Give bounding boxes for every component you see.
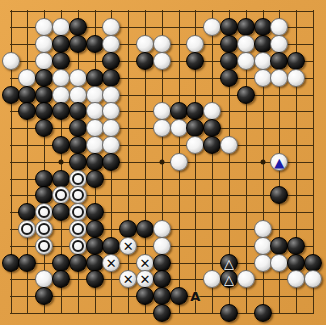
white-stone xyxy=(35,18,53,36)
black-stone xyxy=(35,119,53,137)
black-stone xyxy=(69,18,87,36)
black-stone xyxy=(52,52,70,70)
black-stone xyxy=(52,35,70,53)
black-stone xyxy=(237,18,255,36)
black-stone xyxy=(186,102,204,120)
black-stone xyxy=(86,35,104,53)
black-stone xyxy=(52,270,70,288)
white-stone xyxy=(186,35,204,53)
white-stone xyxy=(304,270,322,288)
black-stone xyxy=(220,18,238,36)
white-stone xyxy=(254,220,272,238)
black-stone xyxy=(220,69,238,87)
black-stone xyxy=(136,220,154,238)
white-stone xyxy=(86,102,104,120)
black-stone xyxy=(119,220,137,238)
black-stone xyxy=(18,254,36,272)
white-stone xyxy=(102,86,120,104)
black-stone xyxy=(69,102,87,120)
white-stone xyxy=(102,136,120,154)
white-stone xyxy=(287,270,305,288)
black-stone xyxy=(86,153,104,171)
star-point xyxy=(58,159,63,164)
black-stone xyxy=(52,102,70,120)
black-stone xyxy=(136,287,154,305)
black-stone xyxy=(186,119,204,137)
white-stone xyxy=(102,102,120,120)
white-stone xyxy=(270,18,288,36)
white-stone xyxy=(35,52,53,70)
white-stone xyxy=(270,35,288,53)
black-stone xyxy=(220,270,238,288)
black-stone xyxy=(86,203,104,221)
white-stone xyxy=(52,18,70,36)
white-stone xyxy=(153,220,171,238)
star-point xyxy=(260,159,265,164)
point-label-A: A xyxy=(190,289,200,304)
black-stone xyxy=(102,153,120,171)
black-stone xyxy=(69,35,87,53)
black-stone xyxy=(304,254,322,272)
black-stone xyxy=(18,86,36,104)
white-stone xyxy=(119,270,137,288)
white-stone xyxy=(52,186,70,204)
white-stone xyxy=(203,18,221,36)
black-stone xyxy=(102,69,120,87)
black-stone xyxy=(69,136,87,154)
black-stone xyxy=(270,186,288,204)
black-stone xyxy=(287,52,305,70)
white-stone xyxy=(203,102,221,120)
white-stone xyxy=(254,52,272,70)
white-stone xyxy=(52,86,70,104)
black-stone xyxy=(86,254,104,272)
white-stone xyxy=(35,35,53,53)
black-stone xyxy=(270,52,288,70)
black-stone xyxy=(35,86,53,104)
white-stone xyxy=(170,153,188,171)
white-stone xyxy=(254,254,272,272)
black-stone xyxy=(35,287,53,305)
black-stone xyxy=(86,270,104,288)
white-stone xyxy=(220,136,238,154)
black-stone xyxy=(86,220,104,238)
black-stone xyxy=(2,86,20,104)
black-stone xyxy=(220,254,238,272)
black-stone xyxy=(220,35,238,53)
black-stone xyxy=(52,203,70,221)
star-point xyxy=(159,159,164,164)
white-stone xyxy=(136,270,154,288)
white-stone xyxy=(69,237,87,255)
black-stone xyxy=(153,254,171,272)
white-stone xyxy=(254,237,272,255)
black-stone xyxy=(153,270,171,288)
white-stone xyxy=(69,220,87,238)
white-stone xyxy=(270,69,288,87)
black-stone xyxy=(102,52,120,70)
black-stone xyxy=(136,52,154,70)
white-stone xyxy=(86,86,104,104)
white-stone xyxy=(170,119,188,137)
white-stone xyxy=(102,254,120,272)
black-stone xyxy=(35,186,53,204)
white-stone xyxy=(237,52,255,70)
black-stone xyxy=(35,102,53,120)
white-stone xyxy=(136,35,154,53)
go-board[interactable]: ✕✕✕✕✕△△▲A xyxy=(0,0,326,325)
black-stone xyxy=(18,203,36,221)
black-stone xyxy=(254,304,272,322)
white-stone xyxy=(186,136,204,154)
white-stone xyxy=(18,69,36,87)
grid-line-v xyxy=(212,10,213,314)
black-stone xyxy=(69,153,87,171)
black-stone xyxy=(52,170,70,188)
white-stone xyxy=(270,254,288,272)
black-stone xyxy=(153,287,171,305)
black-stone xyxy=(69,254,87,272)
white-stone xyxy=(203,270,221,288)
white-stone xyxy=(153,119,171,137)
black-stone xyxy=(254,35,272,53)
white-stone xyxy=(153,52,171,70)
white-stone xyxy=(18,220,36,238)
black-stone xyxy=(203,119,221,137)
white-stone xyxy=(35,203,53,221)
white-stone xyxy=(237,270,255,288)
black-stone xyxy=(52,136,70,154)
black-stone xyxy=(153,304,171,322)
white-stone xyxy=(102,119,120,137)
white-stone xyxy=(35,220,53,238)
black-stone xyxy=(220,52,238,70)
black-stone xyxy=(170,287,188,305)
white-stone xyxy=(270,153,288,171)
white-stone xyxy=(52,69,70,87)
black-stone xyxy=(69,119,87,137)
black-stone xyxy=(35,170,53,188)
black-stone xyxy=(86,170,104,188)
white-stone xyxy=(69,86,87,104)
white-stone xyxy=(86,136,104,154)
black-stone xyxy=(237,86,255,104)
black-stone xyxy=(86,237,104,255)
black-stone xyxy=(287,237,305,255)
black-stone xyxy=(186,52,204,70)
white-stone xyxy=(254,69,272,87)
white-stone xyxy=(153,237,171,255)
white-stone xyxy=(69,170,87,188)
white-stone xyxy=(35,270,53,288)
black-stone xyxy=(270,237,288,255)
white-stone xyxy=(2,52,20,70)
black-stone xyxy=(52,254,70,272)
white-stone xyxy=(287,69,305,87)
black-stone xyxy=(18,102,36,120)
white-stone xyxy=(102,18,120,36)
black-stone xyxy=(254,18,272,36)
white-stone xyxy=(102,35,120,53)
black-stone xyxy=(102,237,120,255)
white-stone xyxy=(119,237,137,255)
white-stone xyxy=(153,102,171,120)
white-stone xyxy=(69,69,87,87)
black-stone xyxy=(35,69,53,87)
black-stone xyxy=(2,254,20,272)
go-app-window: ✕✕✕✕✕△△▲A xyxy=(0,0,326,325)
white-stone xyxy=(86,119,104,137)
black-stone xyxy=(170,102,188,120)
white-stone xyxy=(237,35,255,53)
black-stone xyxy=(220,304,238,322)
black-stone xyxy=(287,254,305,272)
white-stone xyxy=(69,186,87,204)
white-stone xyxy=(35,237,53,255)
white-stone xyxy=(136,254,154,272)
white-stone xyxy=(69,203,87,221)
white-stone xyxy=(153,35,171,53)
black-stone xyxy=(203,136,221,154)
black-stone xyxy=(86,69,104,87)
